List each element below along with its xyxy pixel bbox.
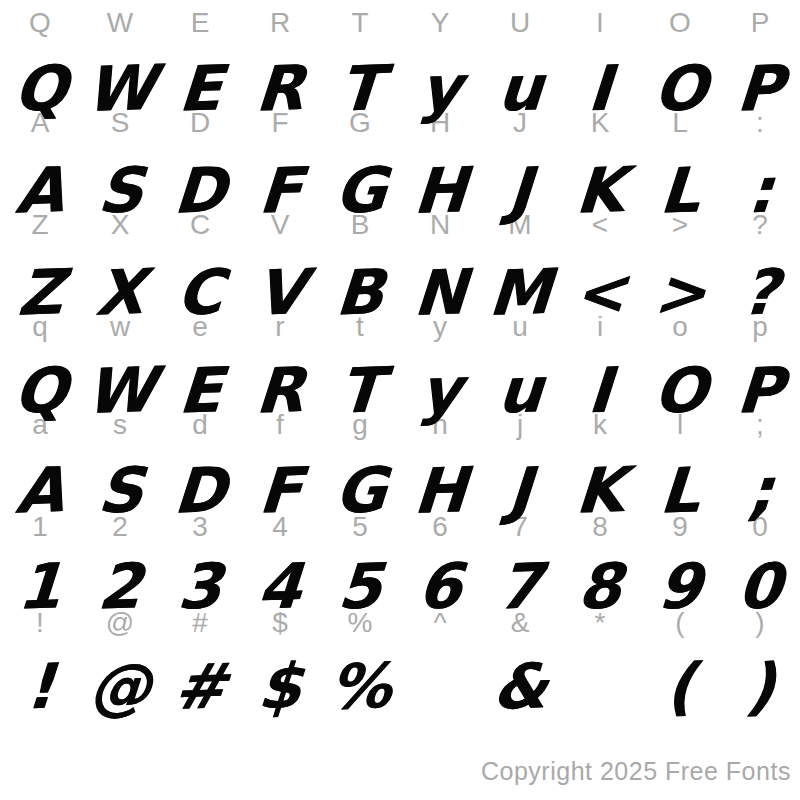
charmap-glyph-cell: T (320, 352, 400, 430)
reference-character: Y (431, 7, 450, 38)
brush-glyph: O (651, 49, 709, 129)
charmap-glyph-cell: @ (80, 648, 160, 726)
charmap-glyph-cell: 8 (560, 548, 640, 626)
charmap-glyph-cell: D (160, 452, 240, 530)
brush-glyph: R (253, 49, 306, 129)
charmap-label-row: QWERTYUIOP (0, 6, 800, 40)
brush-glyph: 1 (16, 547, 65, 626)
reference-character: W (107, 7, 133, 38)
charmap-glyph-cell: A (0, 452, 80, 530)
charmap-glyph-cell: P (720, 50, 800, 128)
charmap-glyph-cell: M (480, 254, 560, 332)
reference-character: R (270, 7, 290, 38)
charmap-label-cell: R (240, 6, 320, 40)
charmap-glyph-cell: 0 (720, 548, 800, 626)
brush-glyph: E (176, 49, 224, 128)
charmap-label-cell: U (480, 6, 560, 40)
brush-glyph: F (256, 451, 304, 530)
charmap-glyph-cell: H (400, 452, 480, 530)
charmap-glyph-cell: F (240, 152, 320, 230)
reference-character: P (751, 7, 770, 38)
brush-glyph: ! (23, 648, 57, 727)
charmap-glyph-cell: > (640, 254, 720, 332)
brush-glyph: H (411, 151, 469, 231)
reference-character: I (596, 7, 604, 38)
brush-glyph: J (506, 152, 535, 231)
reference-character: T (351, 7, 368, 38)
charmap-glyph-cell: % (320, 648, 400, 726)
charmap-glyph-cell: R (240, 50, 320, 128)
brush-glyph: Z (15, 253, 66, 333)
charmap-glyph-cell: F (240, 452, 320, 530)
charmap-glyph-cell: W (80, 50, 160, 128)
brush-glyph: ) (743, 648, 777, 727)
brush-glyph: P (734, 49, 785, 129)
charmap-glyph-cell: V (240, 254, 320, 332)
brush-glyph: < (571, 253, 629, 333)
charmap-glyph-cell: S (80, 152, 160, 230)
charmap-glyph-cell: ? (720, 254, 800, 332)
charmap-glyph-cell: J (480, 452, 560, 530)
charmap-glyph-cell: ! (0, 648, 80, 726)
brush-glyph: L (657, 151, 702, 230)
charmap-label-cell: I (560, 6, 640, 40)
charmap-glyph-cell: E (160, 352, 240, 430)
brush-glyph: & (490, 647, 550, 727)
brush-glyph: : (745, 152, 775, 231)
brush-glyph: K (573, 151, 627, 231)
charmap-glyph-cell: O (640, 50, 720, 128)
brush-glyph: W (83, 49, 157, 129)
charmap-glyph-cell: ( (640, 648, 720, 726)
brush-glyph: A (13, 151, 67, 231)
brush-glyph: F (256, 151, 304, 230)
charmap-glyph-cell: ) (720, 648, 800, 726)
charmap-glyph-cell: y (400, 50, 480, 128)
charmap-glyph-cell: S (80, 452, 160, 530)
charmap-glyph-cell: D (160, 152, 240, 230)
brush-glyph: 2 (96, 547, 145, 626)
brush-glyph: H (411, 451, 469, 531)
charmap-glyph-cell: 1 (0, 548, 80, 626)
charmap-glyph-cell: # (160, 648, 240, 726)
charmap-glyph-cell: B (320, 254, 400, 332)
charmap-glyph-cell: G (320, 452, 400, 530)
charmap-glyph-cell: : (720, 152, 800, 230)
charmap-label-cell: Y (400, 6, 480, 40)
charmap-glyph-cell: Z (0, 254, 80, 332)
brush-glyph: D (171, 151, 228, 231)
charmap-label-cell: Q (0, 6, 80, 40)
charmap-label-cell: W (80, 6, 160, 40)
charmap-glyph-cell (560, 648, 640, 726)
brush-glyph: X (93, 253, 146, 333)
charmap-glyph-row: ASDFGHJKL; (0, 452, 800, 530)
brush-glyph: > (651, 253, 709, 333)
brush-glyph: M (486, 253, 553, 333)
brush-glyph: R (253, 351, 306, 431)
charmap-glyph-cell: u (480, 50, 560, 128)
charmap-glyph-cell: T (320, 50, 400, 128)
charmap-glyph-cell: G (320, 152, 400, 230)
brush-glyph: V (253, 253, 307, 333)
charmap-label-cell: T (320, 6, 400, 40)
font-specimen-sheet: QWERTYUIOPQWERTyuIOPASDFGHJKL:ASDFGHJKL:… (0, 0, 800, 800)
charmap-glyph-cell: I (560, 352, 640, 430)
brush-glyph: Q (11, 49, 69, 129)
charmap-glyph-cell: X (80, 254, 160, 332)
copyright-text: Copyright 2025 Free Fonts (481, 757, 791, 786)
charmap-glyph-cell: Q (0, 352, 80, 430)
brush-glyph: T (336, 49, 384, 128)
charmap-glyph-cell: C (160, 254, 240, 332)
brush-glyph: 8 (576, 547, 625, 626)
charmap-glyph-cell: L (640, 452, 720, 530)
brush-glyph: G (332, 451, 389, 531)
brush-glyph: 3 (176, 547, 225, 626)
charmap-glyph-cell: R (240, 352, 320, 430)
reference-character: U (510, 7, 530, 38)
charmap-glyph-cell: K (560, 152, 640, 230)
charmap-label-cell: E (160, 6, 240, 40)
charmap-glyph-cell: u (480, 352, 560, 430)
brush-glyph: 7 (496, 547, 545, 626)
brush-glyph: J (506, 452, 535, 531)
charmap-glyph-cell: J (480, 152, 560, 230)
brush-glyph: y (417, 49, 463, 128)
charmap-label-cell: P (720, 6, 800, 40)
charmap-glyph-cell (400, 648, 480, 726)
brush-glyph: N (411, 253, 469, 333)
charmap-glyph-cell: E (160, 50, 240, 128)
brush-glyph: L (657, 451, 702, 530)
charmap-glyph-cell: Q (0, 50, 80, 128)
charmap-glyph-row: 1234567890 (0, 548, 800, 626)
charmap-glyph-cell: 5 (320, 548, 400, 626)
brush-glyph: @ (86, 647, 154, 727)
charmap-glyph-cell: N (400, 254, 480, 332)
charmap-glyph-cell: 7 (480, 548, 560, 626)
charmap-glyph-cell: L (640, 152, 720, 230)
charmap-glyph-cell: y (400, 352, 480, 430)
brush-glyph: # (171, 647, 229, 727)
charmap-glyph-cell: 9 (640, 548, 720, 626)
charmap-glyph-cell: H (400, 152, 480, 230)
charmap-glyph-cell: 3 (160, 548, 240, 626)
brush-glyph: E (176, 351, 224, 430)
brush-glyph: I (586, 352, 615, 431)
charmap-glyph-row: ASDFGHJKL: (0, 152, 800, 230)
brush-glyph: D (171, 451, 228, 531)
brush-glyph: A (13, 451, 67, 531)
charmap-glyph-cell: P (720, 352, 800, 430)
charmap-glyph-cell: I (560, 50, 640, 128)
charmap-glyph-cell: $ (240, 648, 320, 726)
brush-glyph: % (326, 647, 394, 727)
brush-glyph: y (417, 351, 463, 430)
reference-character: O (669, 7, 691, 38)
charmap-glyph-cell: W (80, 352, 160, 430)
charmap-glyph-cell: 2 (80, 548, 160, 626)
brush-glyph: u (495, 49, 545, 128)
charmap-glyph-cell: A (0, 152, 80, 230)
brush-glyph: S (95, 151, 145, 231)
charmap-glyph-cell: O (640, 352, 720, 430)
brush-glyph: G (332, 151, 389, 231)
brush-glyph: ( (663, 648, 697, 727)
brush-glyph: Q (11, 351, 69, 431)
brush-glyph: I (586, 50, 615, 129)
brush-glyph: 0 (736, 547, 785, 626)
brush-glyph: B (334, 253, 387, 333)
brush-glyph: 4 (256, 547, 305, 626)
charmap-glyph-cell: & (480, 648, 560, 726)
brush-glyph: C (174, 253, 225, 333)
brush-glyph: S (95, 451, 145, 531)
brush-glyph: 9 (656, 547, 705, 626)
charmap-glyph-cell: 6 (400, 548, 480, 626)
charmap-glyph-row: QWERTyuIOP (0, 50, 800, 128)
charmap-glyph-row: ZXCVBNM<>? (0, 254, 800, 332)
reference-character: E (191, 7, 210, 38)
brush-glyph: 5 (336, 547, 385, 626)
brush-glyph: P (734, 351, 785, 431)
charmap-label-cell: O (640, 6, 720, 40)
brush-glyph: $ (256, 647, 305, 726)
reference-character: Q (29, 7, 51, 38)
charmap-glyph-cell: < (560, 254, 640, 332)
brush-glyph: W (83, 351, 157, 431)
brush-glyph: T (336, 351, 384, 430)
charmap-glyph-cell: K (560, 452, 640, 530)
brush-glyph: u (495, 351, 545, 430)
charmap-glyph-row: !@#$%&() (0, 648, 800, 726)
brush-glyph: K (573, 451, 627, 531)
brush-glyph: ? (739, 253, 781, 332)
brush-glyph: ; (745, 452, 775, 531)
charmap-glyph-row: QWERTyuIOP (0, 352, 800, 430)
brush-glyph: 6 (416, 547, 465, 626)
charmap-glyph-cell: ; (720, 452, 800, 530)
brush-glyph: O (651, 351, 709, 431)
charmap-glyph-cell: 4 (240, 548, 320, 626)
